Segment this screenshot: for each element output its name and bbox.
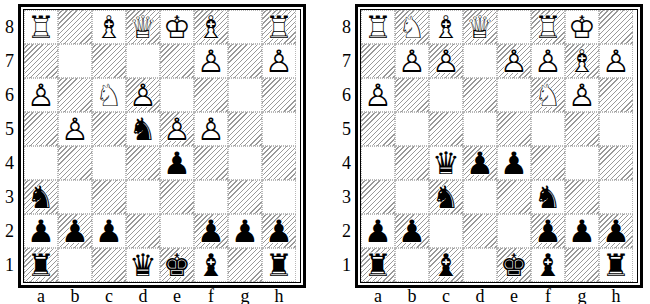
square-d1 (463, 248, 497, 282)
square-d6 (463, 78, 497, 112)
file-label-h: h (599, 288, 633, 304)
black-pawn-piece: ♟ (395, 214, 429, 248)
white-knight-piece: ♘ (395, 10, 429, 44)
chess-diagram-left: 87654321 ♜♖♝♗♛♕♚♔♝♗♜♖♟♙♟♙♟♙♞♘♟♙♟♙♞♟♙♟♙♟♞… (1, 4, 306, 304)
square-g3 (228, 180, 262, 214)
white-queen-body: ♛ (126, 10, 160, 44)
square-g6 (228, 78, 262, 112)
white-knight-body: ♞ (395, 10, 429, 44)
square-f2: ♟ (531, 214, 565, 248)
square-h7: ♟♙ (599, 44, 633, 78)
white-pawn-piece: ♙ (429, 44, 463, 78)
file-label-g: g (228, 288, 262, 304)
square-d8: ♛♕ (463, 10, 497, 44)
white-bishop-piece: ♗ (565, 44, 599, 78)
square-b7 (58, 44, 92, 78)
square-h4 (599, 146, 633, 180)
file-label-c: c (92, 288, 126, 304)
square-a3: ♞ (24, 180, 58, 214)
square-f4 (194, 146, 228, 180)
square-b5 (395, 112, 429, 146)
square-c3: ♞ (429, 180, 463, 214)
white-pawn-piece: ♙ (531, 44, 565, 78)
square-c8: ♝♗ (92, 10, 126, 44)
square-d1: ♛ (126, 248, 160, 282)
white-pawn-piece: ♙ (194, 44, 228, 78)
square-f6: ♞♘ (531, 78, 565, 112)
white-rook-piece: ♖ (262, 10, 296, 44)
file-label-c: c (429, 288, 463, 304)
square-g2: ♟ (228, 214, 262, 248)
square-b4 (58, 146, 92, 180)
square-e3 (497, 180, 531, 214)
square-e8 (497, 10, 531, 44)
white-pawn-piece: ♙ (58, 112, 92, 146)
square-e4: ♟ (160, 146, 194, 180)
white-pawn-body: ♟ (194, 112, 228, 146)
square-d2 (463, 214, 497, 248)
square-b1 (395, 248, 429, 282)
rank-label-3: 3 (1, 180, 18, 214)
square-a3 (361, 180, 395, 214)
square-a2: ♟ (24, 214, 58, 248)
rank-label-1: 1 (338, 248, 355, 282)
square-d8: ♛♕ (126, 10, 160, 44)
white-pawn-body: ♟ (429, 44, 463, 78)
white-pawn-piece: ♙ (160, 112, 194, 146)
white-pawn-piece: ♙ (395, 44, 429, 78)
white-knight-body: ♞ (531, 78, 565, 112)
rank-label-8: 8 (1, 10, 18, 44)
square-c6: ♞♘ (92, 78, 126, 112)
black-pawn-piece: ♟ (58, 214, 92, 248)
square-d3 (463, 180, 497, 214)
white-knight-body: ♞ (92, 78, 126, 112)
white-queen-piece: ♕ (126, 10, 160, 44)
square-h3 (599, 180, 633, 214)
square-e2 (160, 214, 194, 248)
square-a8: ♜♖ (24, 10, 58, 44)
white-pawn-piece: ♙ (194, 112, 228, 146)
square-a5 (361, 112, 395, 146)
file-label-e: e (497, 288, 531, 304)
chess-board: ♜♖♝♗♛♕♚♔♝♗♜♖♟♙♟♙♟♙♞♘♟♙♟♙♞♟♙♟♙♟♞♟♟♟♟♟♟♜♛♚… (23, 9, 301, 283)
white-rook-body: ♜ (262, 10, 296, 44)
square-c4: ♛ (429, 146, 463, 180)
square-h2: ♟ (262, 214, 296, 248)
rank-label-1: 1 (1, 248, 18, 282)
black-knight-piece: ♞ (531, 180, 565, 214)
square-a6: ♟♙ (24, 78, 58, 112)
square-g1 (228, 248, 262, 282)
black-king-piece: ♚ (497, 248, 531, 282)
white-rook-piece: ♖ (24, 10, 58, 44)
black-knight-piece: ♞ (126, 112, 160, 146)
black-bishop-piece: ♝ (429, 248, 463, 282)
rank-label-4: 4 (338, 146, 355, 180)
rank-label-8: 8 (338, 10, 355, 44)
white-pawn-piece: ♙ (126, 78, 160, 112)
rank-labels: 87654321 (338, 4, 355, 288)
square-g1 (565, 248, 599, 282)
black-pawn-piece: ♟ (531, 214, 565, 248)
file-label-b: b (58, 288, 92, 304)
square-g5 (565, 112, 599, 146)
square-f8: ♝♗ (194, 10, 228, 44)
chess-diagram-right: 87654321 ♜♖♞♘♝♗♛♕♜♖♚♔♟♙♟♙♟♙♟♙♝♗♟♙♟♙♞♘♟♙♛… (338, 4, 643, 304)
square-e7: ♟♙ (497, 44, 531, 78)
file-label-b: b (395, 288, 429, 304)
square-c2 (429, 214, 463, 248)
rank-label-2: 2 (338, 214, 355, 248)
rank-label-4: 4 (1, 146, 18, 180)
file-label-a: a (361, 288, 395, 304)
file-label-d: d (126, 288, 160, 304)
file-label-a: a (24, 288, 58, 304)
rank-label-6: 6 (1, 78, 18, 112)
black-pawn-piece: ♟ (361, 214, 395, 248)
rank-label-5: 5 (338, 112, 355, 146)
white-pawn-piece: ♙ (565, 78, 599, 112)
square-a7 (24, 44, 58, 78)
square-e8: ♚♔ (160, 10, 194, 44)
file-labels: abcdefgh (355, 288, 643, 304)
white-rook-body: ♜ (361, 10, 395, 44)
black-pawn-piece: ♟ (24, 214, 58, 248)
square-b5: ♟♙ (58, 112, 92, 146)
file-labels: abcdefgh (18, 288, 306, 304)
white-bishop-body: ♝ (429, 10, 463, 44)
white-pawn-body: ♟ (565, 78, 599, 112)
square-a4 (361, 146, 395, 180)
rank-label-7: 7 (1, 44, 18, 78)
square-h2: ♟ (599, 214, 633, 248)
white-pawn-body: ♟ (160, 112, 194, 146)
black-pawn-piece: ♟ (194, 214, 228, 248)
black-rook-piece: ♜ (599, 248, 633, 282)
square-d4 (126, 146, 160, 180)
square-g5 (228, 112, 262, 146)
square-b2: ♟ (395, 214, 429, 248)
black-knight-piece: ♞ (429, 180, 463, 214)
white-bishop-piece: ♗ (194, 10, 228, 44)
square-c6 (429, 78, 463, 112)
square-b2: ♟ (58, 214, 92, 248)
black-pawn-piece: ♟ (92, 214, 126, 248)
square-g6: ♟♙ (565, 78, 599, 112)
black-pawn-piece: ♟ (228, 214, 262, 248)
white-rook-piece: ♖ (531, 10, 565, 44)
square-f5 (531, 112, 565, 146)
white-bishop-body: ♝ (565, 44, 599, 78)
white-rook-body: ♜ (24, 10, 58, 44)
black-pawn-piece: ♟ (463, 146, 497, 180)
square-b7: ♟♙ (395, 44, 429, 78)
white-pawn-body: ♟ (599, 44, 633, 78)
file-label-f: f (531, 288, 565, 304)
chess-diagrams-page: 87654321 ♜♖♝♗♛♕♚♔♝♗♜♖♟♙♟♙♟♙♞♘♟♙♟♙♞♟♙♟♙♟♞… (0, 0, 650, 304)
white-queen-body: ♛ (463, 10, 497, 44)
black-queen-piece: ♛ (429, 146, 463, 180)
square-h1: ♜ (262, 248, 296, 282)
white-king-body: ♚ (565, 10, 599, 44)
square-e7 (160, 44, 194, 78)
square-a7 (361, 44, 395, 78)
white-bishop-body: ♝ (92, 10, 126, 44)
white-pawn-piece: ♙ (599, 44, 633, 78)
square-c2: ♟ (92, 214, 126, 248)
square-e6 (497, 78, 531, 112)
square-b4 (395, 146, 429, 180)
square-h8 (599, 10, 633, 44)
rank-label-3: 3 (338, 180, 355, 214)
square-d7 (126, 44, 160, 78)
black-pawn-piece: ♟ (262, 214, 296, 248)
square-g7 (228, 44, 262, 78)
square-c7: ♟♙ (429, 44, 463, 78)
rank-label-2: 2 (1, 214, 18, 248)
square-h3 (262, 180, 296, 214)
square-d3 (126, 180, 160, 214)
black-pawn-piece: ♟ (565, 214, 599, 248)
square-b1 (58, 248, 92, 282)
square-f2: ♟ (194, 214, 228, 248)
file-label-h: h (262, 288, 296, 304)
white-bishop-body: ♝ (194, 10, 228, 44)
white-pawn-body: ♟ (395, 44, 429, 78)
square-e5 (497, 112, 531, 146)
square-c3 (92, 180, 126, 214)
black-pawn-piece: ♟ (497, 146, 531, 180)
square-h4 (262, 146, 296, 180)
square-g7: ♝♗ (565, 44, 599, 78)
square-h6 (262, 78, 296, 112)
black-rook-piece: ♜ (262, 248, 296, 282)
white-pawn-body: ♟ (24, 78, 58, 112)
square-e6 (160, 78, 194, 112)
white-king-piece: ♔ (160, 10, 194, 44)
square-h7: ♟♙ (262, 44, 296, 78)
white-bishop-piece: ♗ (92, 10, 126, 44)
square-h1: ♜ (599, 248, 633, 282)
square-f8: ♜♖ (531, 10, 565, 44)
square-g3 (565, 180, 599, 214)
white-knight-piece: ♘ (92, 78, 126, 112)
square-h5 (262, 112, 296, 146)
square-g4 (565, 146, 599, 180)
square-e3 (160, 180, 194, 214)
square-b3 (58, 180, 92, 214)
white-pawn-piece: ♙ (24, 78, 58, 112)
white-queen-piece: ♕ (463, 10, 497, 44)
square-c1: ♝ (429, 248, 463, 282)
square-f6 (194, 78, 228, 112)
square-a4 (24, 146, 58, 180)
square-c5 (429, 112, 463, 146)
square-e1: ♚ (497, 248, 531, 282)
square-e4: ♟ (497, 146, 531, 180)
black-bishop-piece: ♝ (194, 248, 228, 282)
file-label-d: d (463, 288, 497, 304)
white-pawn-piece: ♙ (497, 44, 531, 78)
square-g8 (228, 10, 262, 44)
black-knight-piece: ♞ (24, 180, 58, 214)
square-g2: ♟ (565, 214, 599, 248)
square-e2 (497, 214, 531, 248)
file-label-e: e (160, 288, 194, 304)
black-rook-piece: ♜ (24, 248, 58, 282)
square-f5: ♟♙ (194, 112, 228, 146)
square-f1: ♝ (194, 248, 228, 282)
rank-label-5: 5 (1, 112, 18, 146)
square-h5 (599, 112, 633, 146)
square-e1: ♚ (160, 248, 194, 282)
white-rook-body: ♜ (531, 10, 565, 44)
square-f7: ♟♙ (194, 44, 228, 78)
square-d5: ♞ (126, 112, 160, 146)
square-e5: ♟♙ (160, 112, 194, 146)
white-pawn-body: ♟ (262, 44, 296, 78)
square-d6: ♟♙ (126, 78, 160, 112)
white-king-piece: ♔ (565, 10, 599, 44)
square-f3: ♞ (531, 180, 565, 214)
black-pawn-piece: ♟ (160, 146, 194, 180)
square-g8: ♚♔ (565, 10, 599, 44)
board-frame: ♜♖♝♗♛♕♚♔♝♗♜♖♟♙♟♙♟♙♞♘♟♙♟♙♞♟♙♟♙♟♞♟♟♟♟♟♟♜♛♚… (18, 4, 306, 288)
black-rook-piece: ♜ (361, 248, 395, 282)
rank-label-7: 7 (338, 44, 355, 78)
rank-labels: 87654321 (1, 4, 18, 288)
square-b6 (395, 78, 429, 112)
square-d2 (126, 214, 160, 248)
square-c5 (92, 112, 126, 146)
square-a1: ♜ (24, 248, 58, 282)
file-label-f: f (194, 288, 228, 304)
white-king-body: ♚ (160, 10, 194, 44)
rank-label-6: 6 (338, 78, 355, 112)
square-d4: ♟ (463, 146, 497, 180)
file-label-g: g (565, 288, 599, 304)
square-a8: ♜♖ (361, 10, 395, 44)
square-d5 (463, 112, 497, 146)
square-h8: ♜♖ (262, 10, 296, 44)
square-c7 (92, 44, 126, 78)
square-a5 (24, 112, 58, 146)
square-a6: ♟♙ (361, 78, 395, 112)
white-pawn-piece: ♙ (262, 44, 296, 78)
square-b8: ♞♘ (395, 10, 429, 44)
square-b3 (395, 180, 429, 214)
square-c1 (92, 248, 126, 282)
square-c4 (92, 146, 126, 180)
white-pawn-body: ♟ (126, 78, 160, 112)
square-b8 (58, 10, 92, 44)
square-g4 (228, 146, 262, 180)
square-f3 (194, 180, 228, 214)
white-knight-piece: ♘ (531, 78, 565, 112)
black-bishop-piece: ♝ (531, 248, 565, 282)
board-frame: ♜♖♞♘♝♗♛♕♜♖♚♔♟♙♟♙♟♙♟♙♝♗♟♙♟♙♞♘♟♙♛♟♟♞♞♟♟♟♟♟… (355, 4, 643, 288)
white-rook-piece: ♖ (361, 10, 395, 44)
white-pawn-body: ♟ (58, 112, 92, 146)
square-a2: ♟ (361, 214, 395, 248)
white-pawn-body: ♟ (194, 44, 228, 78)
square-c8: ♝♗ (429, 10, 463, 44)
square-f4 (531, 146, 565, 180)
black-king-piece: ♚ (160, 248, 194, 282)
white-pawn-body: ♟ (361, 78, 395, 112)
square-h6 (599, 78, 633, 112)
white-pawn-piece: ♙ (361, 78, 395, 112)
white-pawn-body: ♟ (531, 44, 565, 78)
white-bishop-piece: ♗ (429, 10, 463, 44)
square-b6 (58, 78, 92, 112)
square-a1: ♜ (361, 248, 395, 282)
chess-board: ♜♖♞♘♝♗♛♕♜♖♚♔♟♙♟♙♟♙♟♙♝♗♟♙♟♙♞♘♟♙♛♟♟♞♞♟♟♟♟♟… (360, 9, 638, 283)
square-f7: ♟♙ (531, 44, 565, 78)
square-d7 (463, 44, 497, 78)
square-f1: ♝ (531, 248, 565, 282)
black-pawn-piece: ♟ (599, 214, 633, 248)
white-pawn-body: ♟ (497, 44, 531, 78)
black-queen-piece: ♛ (126, 248, 160, 282)
